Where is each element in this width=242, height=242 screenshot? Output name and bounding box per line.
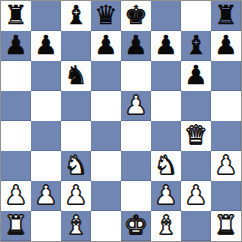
square-f5[interactable] bbox=[151, 91, 181, 121]
piece-white-knight[interactable]: ♞ bbox=[64, 150, 87, 180]
piece-white-rook[interactable]: ♜ bbox=[4, 210, 27, 240]
square-c1[interactable]: ♝ bbox=[61, 211, 91, 241]
piece-white-knight[interactable]: ♞ bbox=[154, 150, 177, 180]
square-h3[interactable]: ♟ bbox=[211, 151, 241, 181]
square-b7[interactable]: ♟ bbox=[31, 31, 61, 61]
chess-board-frame: ♜♝♛♚♜♟♟♟♟♟♝♟♞♟♟♛♞♞♟♟♟♟♟♟♜♝♚♝♜ bbox=[0, 0, 242, 242]
piece-white-pawn[interactable]: ♟ bbox=[184, 180, 207, 210]
piece-white-king[interactable]: ♚ bbox=[124, 210, 147, 240]
piece-black-pawn[interactable]: ♟ bbox=[124, 30, 147, 60]
square-a6[interactable] bbox=[1, 61, 31, 91]
square-h2[interactable] bbox=[211, 181, 241, 211]
square-d4[interactable] bbox=[91, 121, 121, 151]
square-g8[interactable] bbox=[181, 1, 211, 31]
square-a7[interactable]: ♟ bbox=[1, 31, 31, 61]
square-g4[interactable]: ♛ bbox=[181, 121, 211, 151]
square-a8[interactable]: ♜ bbox=[1, 1, 31, 31]
square-c6[interactable]: ♞ bbox=[61, 61, 91, 91]
square-g1[interactable] bbox=[181, 211, 211, 241]
square-d1[interactable] bbox=[91, 211, 121, 241]
piece-black-pawn[interactable]: ♟ bbox=[154, 30, 177, 60]
piece-white-pawn[interactable]: ♟ bbox=[64, 180, 87, 210]
piece-black-pawn[interactable]: ♟ bbox=[214, 30, 237, 60]
square-h1[interactable]: ♜ bbox=[211, 211, 241, 241]
square-h4[interactable] bbox=[211, 121, 241, 151]
square-a4[interactable] bbox=[1, 121, 31, 151]
square-f4[interactable] bbox=[151, 121, 181, 151]
square-f8[interactable] bbox=[151, 1, 181, 31]
piece-white-pawn[interactable]: ♟ bbox=[34, 180, 57, 210]
square-g5[interactable] bbox=[181, 91, 211, 121]
square-e4[interactable] bbox=[121, 121, 151, 151]
square-a5[interactable] bbox=[1, 91, 31, 121]
square-g7[interactable]: ♝ bbox=[181, 31, 211, 61]
square-d7[interactable]: ♟ bbox=[91, 31, 121, 61]
piece-black-pawn[interactable]: ♟ bbox=[184, 60, 207, 90]
piece-black-rook[interactable]: ♜ bbox=[4, 0, 27, 30]
square-c3[interactable]: ♞ bbox=[61, 151, 91, 181]
piece-white-pawn[interactable]: ♟ bbox=[154, 180, 177, 210]
square-a2[interactable]: ♟ bbox=[1, 181, 31, 211]
square-g2[interactable]: ♟ bbox=[181, 181, 211, 211]
square-d2[interactable] bbox=[91, 181, 121, 211]
square-g3[interactable] bbox=[181, 151, 211, 181]
square-g6[interactable]: ♟ bbox=[181, 61, 211, 91]
square-e3[interactable] bbox=[121, 151, 151, 181]
square-h5[interactable] bbox=[211, 91, 241, 121]
piece-white-queen[interactable]: ♛ bbox=[184, 120, 207, 150]
square-d6[interactable] bbox=[91, 61, 121, 91]
square-e2[interactable] bbox=[121, 181, 151, 211]
square-a3[interactable] bbox=[1, 151, 31, 181]
square-b5[interactable] bbox=[31, 91, 61, 121]
piece-black-pawn[interactable]: ♟ bbox=[34, 30, 57, 60]
square-d3[interactable] bbox=[91, 151, 121, 181]
square-h8[interactable]: ♜ bbox=[211, 1, 241, 31]
square-h6[interactable] bbox=[211, 61, 241, 91]
square-f7[interactable]: ♟ bbox=[151, 31, 181, 61]
square-d8[interactable]: ♛ bbox=[91, 1, 121, 31]
square-c7[interactable] bbox=[61, 31, 91, 61]
piece-white-pawn[interactable]: ♟ bbox=[124, 90, 147, 120]
piece-black-knight[interactable]: ♞ bbox=[64, 60, 87, 90]
piece-black-pawn[interactable]: ♟ bbox=[4, 30, 27, 60]
square-d5[interactable] bbox=[91, 91, 121, 121]
square-c4[interactable] bbox=[61, 121, 91, 151]
square-b8[interactable] bbox=[31, 1, 61, 31]
piece-black-queen[interactable]: ♛ bbox=[94, 0, 117, 30]
chess-board: ♜♝♛♚♜♟♟♟♟♟♝♟♞♟♟♛♞♞♟♟♟♟♟♟♜♝♚♝♜ bbox=[1, 1, 241, 241]
square-b4[interactable] bbox=[31, 121, 61, 151]
square-b1[interactable] bbox=[31, 211, 61, 241]
square-e7[interactable]: ♟ bbox=[121, 31, 151, 61]
piece-black-pawn[interactable]: ♟ bbox=[94, 30, 117, 60]
square-h7[interactable]: ♟ bbox=[211, 31, 241, 61]
piece-white-rook[interactable]: ♜ bbox=[214, 210, 237, 240]
piece-white-bishop[interactable]: ♝ bbox=[154, 210, 177, 240]
square-f2[interactable]: ♟ bbox=[151, 181, 181, 211]
piece-black-rook[interactable]: ♜ bbox=[214, 0, 237, 30]
square-e6[interactable] bbox=[121, 61, 151, 91]
square-b6[interactable] bbox=[31, 61, 61, 91]
square-a1[interactable]: ♜ bbox=[1, 211, 31, 241]
piece-white-bishop[interactable]: ♝ bbox=[64, 210, 87, 240]
square-c8[interactable]: ♝ bbox=[61, 1, 91, 31]
square-f3[interactable]: ♞ bbox=[151, 151, 181, 181]
piece-black-bishop[interactable]: ♝ bbox=[64, 0, 87, 30]
square-c5[interactable] bbox=[61, 91, 91, 121]
square-b2[interactable]: ♟ bbox=[31, 181, 61, 211]
square-e8[interactable]: ♚ bbox=[121, 1, 151, 31]
square-c2[interactable]: ♟ bbox=[61, 181, 91, 211]
square-b3[interactable] bbox=[31, 151, 61, 181]
square-f6[interactable] bbox=[151, 61, 181, 91]
piece-black-king[interactable]: ♚ bbox=[124, 0, 147, 30]
piece-white-pawn[interactable]: ♟ bbox=[214, 150, 237, 180]
square-e5[interactable]: ♟ bbox=[121, 91, 151, 121]
square-e1[interactable]: ♚ bbox=[121, 211, 151, 241]
square-f1[interactable]: ♝ bbox=[151, 211, 181, 241]
piece-white-pawn[interactable]: ♟ bbox=[4, 180, 27, 210]
piece-black-bishop[interactable]: ♝ bbox=[184, 30, 207, 60]
